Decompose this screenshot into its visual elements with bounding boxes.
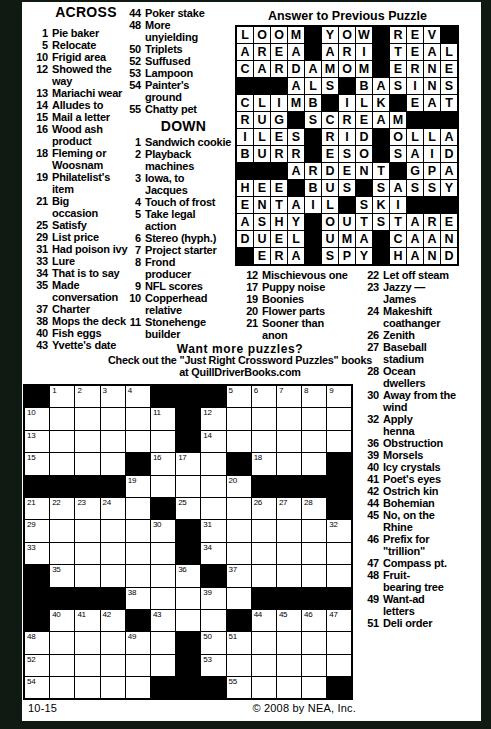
answer-letter: V (428, 28, 436, 42)
puzzle-cell[interactable]: 52 (25, 655, 49, 676)
clue-number: 1 (127, 136, 141, 148)
puzzle-cell[interactable] (327, 655, 351, 676)
puzzle-cell[interactable] (50, 543, 74, 564)
clue-text: Fleming orWoosnam (52, 147, 106, 171)
puzzle-cell[interactable]: 36 (176, 565, 200, 586)
puzzle-cell[interactable] (126, 565, 150, 586)
clue-9: 9NFL scores (127, 280, 240, 292)
answer-cell: S (390, 78, 406, 94)
puzzle-cell[interactable]: 6 (252, 386, 276, 407)
clue-number: 6 (127, 232, 141, 244)
puzzle-cell[interactable] (277, 520, 301, 541)
puzzle-cell[interactable] (302, 520, 326, 541)
clue-text: Icy crystals (383, 461, 441, 473)
puzzle-cell[interactable]: 33 (25, 543, 49, 564)
puzzle-cell[interactable]: 39 (201, 588, 225, 609)
puzzle-cell[interactable] (101, 543, 125, 564)
clue-42: 42Ostrich kin (365, 485, 483, 497)
puzzle-cell[interactable] (277, 453, 301, 474)
puzzle-cell[interactable]: 17 (176, 453, 200, 474)
answer-cell: R (339, 44, 355, 60)
answer-black-cell (339, 197, 355, 213)
puzzle-cell[interactable] (277, 431, 301, 452)
cell-number: 24 (103, 498, 111, 508)
puzzle-cell[interactable] (151, 565, 175, 586)
puzzle-cell[interactable] (126, 655, 150, 676)
puzzle-cell[interactable]: 11 (151, 408, 175, 429)
answer-letter: E (343, 164, 351, 178)
cell-number: 28 (304, 498, 312, 508)
answer-letter: A (257, 62, 266, 76)
answer-letter: H (393, 249, 402, 263)
answer-letter: O (393, 130, 403, 144)
answer-cell: S (441, 78, 457, 94)
puzzle-cell[interactable] (101, 565, 125, 586)
puzzle-black-cell (327, 476, 351, 497)
clue-36: 36Obstruction (365, 437, 483, 449)
puzzle-cell[interactable]: 10 (25, 408, 49, 429)
answer-cell: R (237, 112, 253, 128)
clue-5: 5Relocate (33, 39, 139, 51)
clue-number: 20 (245, 305, 258, 317)
puzzle-cell[interactable] (252, 565, 276, 586)
answer-cell: A (424, 231, 440, 247)
puzzle-cell[interactable] (50, 453, 74, 474)
puzzle-cell[interactable] (151, 632, 175, 653)
clue-47: 47Compass pt. (365, 557, 483, 569)
answer-cell: U (322, 231, 338, 247)
answer-cell: P (424, 163, 440, 179)
answer-black-cell (305, 146, 321, 162)
answer-cell: S (288, 129, 304, 145)
answer-cell: R (254, 44, 270, 60)
puzzle-cell[interactable]: 42 (101, 610, 125, 631)
puzzle-cell[interactable] (302, 431, 326, 452)
answer-black-cell (373, 61, 389, 77)
puzzle-cell[interactable] (75, 655, 99, 676)
answer-letter: D (359, 130, 368, 144)
across-clue-list-1: 1Pie baker5Relocate10Frigid area12Showed… (33, 27, 139, 351)
puzzle-cell[interactable] (126, 677, 150, 698)
clue-number: 1 (33, 27, 48, 39)
clue-text: Oceandwellers (383, 365, 425, 389)
cell-number: 44 (254, 610, 262, 620)
answer-cell: U (339, 214, 355, 230)
puzzle-cell[interactable] (227, 408, 251, 429)
answer-letter: O (342, 28, 352, 42)
puzzle-cell[interactable]: 55 (227, 677, 251, 698)
puzzle-cell[interactable]: 23 (75, 498, 99, 519)
puzzle-cell[interactable] (75, 408, 99, 429)
answer-cell: W (356, 27, 372, 43)
answer-cell: E (271, 180, 287, 196)
puzzle-cell[interactable]: 24 (101, 498, 125, 519)
puzzle-cell[interactable]: 41 (75, 610, 99, 631)
answer-letter: E (445, 62, 453, 76)
puzzle-cell[interactable]: 21 (25, 498, 49, 519)
puzzle-cell[interactable] (327, 632, 351, 653)
puzzle-cell[interactable] (75, 677, 99, 698)
puzzle-cell[interactable]: 22 (50, 498, 74, 519)
answer-cell: A (441, 163, 457, 179)
answer-letter: U (257, 147, 266, 161)
answer-cell: L (305, 78, 321, 94)
clue-number: 36 (365, 437, 379, 449)
puzzle-cell[interactable]: 53 (201, 655, 225, 676)
puzzle-cell[interactable] (101, 520, 125, 541)
clues-column-2: 44Poker stake48Moreunyielding50Triplets5… (127, 7, 240, 340)
clue-number: 54 (127, 79, 141, 103)
puzzle-black-cell (252, 476, 276, 497)
answer-black-cell (424, 112, 440, 128)
puzzle-cell[interactable] (302, 655, 326, 676)
puzzle-cell[interactable] (252, 677, 276, 698)
clue-text: Ostrich kin (383, 485, 438, 497)
puzzle-cell[interactable] (227, 543, 251, 564)
clue-number: 14 (33, 99, 48, 111)
clue-17: 17Puppy noise (245, 281, 359, 293)
puzzle-cell[interactable] (151, 588, 175, 609)
puzzle-cell[interactable]: 54 (25, 677, 49, 698)
puzzle-cell[interactable]: 48 (25, 632, 49, 653)
puzzle-cell[interactable] (277, 565, 301, 586)
puzzle-cell[interactable] (277, 408, 301, 429)
puzzle-cell[interactable] (50, 677, 74, 698)
puzzle-cell[interactable] (327, 543, 351, 564)
cell-number: 6 (254, 386, 258, 396)
puzzle-cell[interactable]: 37 (227, 565, 251, 586)
puzzle-cell[interactable]: 28 (302, 498, 326, 519)
answer-cell: Y (356, 248, 372, 264)
puzzle-cell[interactable]: 26 (252, 498, 276, 519)
puzzle-cell[interactable]: 30 (151, 520, 175, 541)
answer-cell: M (356, 61, 372, 77)
answer-cell: L (254, 129, 270, 145)
clue-number: 39 (365, 449, 379, 461)
answer-cell: T (271, 197, 287, 213)
answer-letter: C (240, 62, 249, 76)
cell-number: 55 (229, 677, 237, 687)
clue-text: Sooner thananon (262, 317, 324, 341)
puzzle-cell[interactable]: 32 (327, 520, 351, 541)
puzzle-black-cell (252, 588, 276, 609)
answer-cell: A (390, 180, 406, 196)
cell-number: 48 (27, 632, 35, 642)
promo-line-2: Check out the "Just Right Crossword Puzz… (95, 355, 385, 367)
answer-letter: M (325, 62, 335, 76)
clue-number: 32 (365, 413, 379, 437)
clue-number: 40 (33, 327, 48, 339)
answer-letter: A (444, 130, 453, 144)
puzzle-black-cell (151, 677, 175, 698)
puzzle-cell[interactable]: 51 (227, 632, 251, 653)
clue-number: 47 (365, 557, 379, 569)
cell-number: 15 (27, 453, 35, 463)
puzzle-cell[interactable] (201, 498, 225, 519)
clue-41: 41Poet's eyes (365, 473, 483, 485)
answer-cell: R (339, 112, 355, 128)
puzzle-cell[interactable]: 4 (126, 386, 150, 407)
answer-letter: I (311, 198, 314, 212)
puzzle-black-cell (176, 520, 200, 541)
puzzle-cell[interactable] (227, 655, 251, 676)
answer-cell: A (373, 112, 389, 128)
puzzle-cell[interactable] (327, 431, 351, 452)
puzzle-cell[interactable]: 45 (277, 610, 301, 631)
puzzle-black-cell (327, 498, 351, 519)
puzzle-cell[interactable] (252, 543, 276, 564)
puzzle-cell[interactable] (302, 408, 326, 429)
puzzle-cell[interactable] (252, 632, 276, 653)
clue-text: Project starter (145, 244, 217, 256)
puzzle-cell[interactable] (252, 520, 276, 541)
answer-letter: G (410, 164, 420, 178)
answer-cell: S (339, 146, 355, 162)
answer-cell: E (271, 44, 287, 60)
puzzle-black-cell (277, 588, 301, 609)
puzzle-cell[interactable]: 7 (277, 386, 301, 407)
puzzle-cell[interactable] (126, 520, 150, 541)
puzzle-cell[interactable]: 43 (151, 610, 175, 631)
puzzle-cell[interactable]: 13 (25, 431, 49, 452)
puzzle-cell[interactable]: 27 (277, 498, 301, 519)
puzzle-cell[interactable] (151, 476, 175, 497)
answer-letter: N (427, 62, 436, 76)
puzzle-cell[interactable] (176, 476, 200, 497)
puzzle-cell[interactable] (227, 588, 251, 609)
answer-cell: G (407, 163, 423, 179)
answer-letter: M (342, 232, 352, 246)
answer-cell: Y (288, 214, 304, 230)
puzzle-cell[interactable]: 20 (227, 476, 251, 497)
puzzle-cell[interactable]: 16 (151, 453, 175, 474)
clue-number: 10 (33, 51, 48, 63)
clue-21: 21Sooner thananon (245, 317, 359, 341)
answer-letter: M (359, 62, 369, 76)
puzzle-cell[interactable]: 18 (252, 453, 276, 474)
answer-letter: E (275, 45, 283, 59)
puzzle-cell[interactable] (75, 543, 99, 564)
puzzle-cell[interactable] (101, 632, 125, 653)
puzzle-cell[interactable]: 3 (101, 386, 125, 407)
clue-31: 31Had poison ivy (33, 243, 139, 255)
puzzle-cell[interactable] (75, 453, 99, 474)
puzzle-cell[interactable] (151, 543, 175, 564)
answer-cell: E (407, 27, 423, 43)
puzzle-black-cell (75, 476, 99, 497)
puzzle-cell[interactable] (176, 610, 200, 631)
answer-cell: A (305, 61, 321, 77)
clue-text: Puppy noise (262, 281, 325, 293)
puzzle-cell[interactable]: 1 (50, 386, 74, 407)
puzzle-cell[interactable] (176, 588, 200, 609)
clue-text: List price (52, 231, 99, 243)
answer-cell: R (424, 214, 440, 230)
puzzle-cell[interactable] (75, 520, 99, 541)
puzzle-cell[interactable] (75, 632, 99, 653)
puzzle-cell[interactable] (126, 543, 150, 564)
puzzle-cell[interactable] (126, 408, 150, 429)
clue-text: Had poison ivy (52, 243, 127, 255)
puzzle-cell[interactable] (50, 632, 74, 653)
puzzle-cell[interactable] (101, 408, 125, 429)
answer-cell: E (441, 61, 457, 77)
answer-cell: I (305, 197, 321, 213)
puzzle-cell[interactable]: 2 (75, 386, 99, 407)
clue-21: 21Bigoccasion (33, 195, 139, 219)
clue-text: Fish eggs (52, 327, 102, 339)
answer-letter: A (427, 232, 436, 246)
clue-13: 13Mariachi wear (33, 87, 139, 99)
puzzle-cell[interactable]: 44 (252, 610, 276, 631)
puzzle-cell[interactable] (277, 632, 301, 653)
puzzle-cell[interactable] (302, 632, 326, 653)
puzzle-cell[interactable]: 46 (302, 610, 326, 631)
cell-number: 35 (52, 565, 60, 575)
answer-letter: A (410, 215, 419, 229)
clue-text: Stereo (hyph.) (145, 232, 216, 244)
puzzle-cell[interactable] (126, 431, 150, 452)
puzzle-cell[interactable]: 40 (50, 610, 74, 631)
answer-cell: S (356, 197, 372, 213)
clue-number: 16 (33, 123, 48, 147)
clue-text: Take legalaction (145, 208, 195, 232)
answer-letter: L (360, 96, 368, 110)
answer-cell: U (254, 146, 270, 162)
answer-letter: R (274, 249, 283, 263)
answer-letter: B (359, 79, 368, 93)
answer-cell: U (322, 180, 338, 196)
puzzle-cell[interactable]: 9 (327, 386, 351, 407)
clue-text: Alludes to (52, 99, 103, 111)
puzzle-cell[interactable] (101, 453, 125, 474)
puzzle-cell[interactable] (327, 408, 351, 429)
clue-number: 22 (365, 269, 379, 281)
puzzle-cell[interactable] (327, 565, 351, 586)
puzzle-cell[interactable]: 49 (126, 632, 150, 653)
clue-55: 55Chatty pet (127, 103, 240, 115)
previous-puzzle-answer-grid: LOOMYOWREVAREAARITEALCARDAMOMERNEALSBASI… (235, 25, 459, 266)
puzzle-cell[interactable]: 34 (201, 543, 225, 564)
puzzle-cell[interactable]: 35 (50, 565, 74, 586)
puzzle-cell[interactable] (252, 408, 276, 429)
puzzle-cell[interactable] (50, 655, 74, 676)
answer-black-cell (441, 27, 457, 43)
answer-letter: S (394, 79, 402, 93)
clue-40: 40Icy crystals (365, 461, 483, 473)
puzzle-cell[interactable] (126, 498, 150, 519)
puzzle-cell[interactable] (227, 520, 251, 541)
answer-cell: I (390, 197, 406, 213)
answer-cell: T (356, 214, 372, 230)
puzzle-cell[interactable] (277, 543, 301, 564)
answer-letter: C (393, 232, 402, 246)
puzzle-cell[interactable] (50, 520, 74, 541)
puzzle-cell[interactable] (50, 408, 74, 429)
puzzle-cell[interactable] (50, 431, 74, 452)
puzzle-black-cell (25, 386, 49, 407)
answer-cell: H (237, 180, 253, 196)
puzzle-cell[interactable]: 47 (327, 610, 351, 631)
answer-letter: Y (445, 181, 453, 195)
clue-number: 24 (365, 305, 379, 329)
puzzle-cell[interactable]: 15 (25, 453, 49, 474)
puzzle-cell[interactable]: 29 (25, 520, 49, 541)
clue-number: 5 (33, 39, 48, 51)
clue-text: Mops the deck (52, 315, 126, 327)
answer-letter: A (325, 45, 334, 59)
answer-cell: H (271, 214, 287, 230)
answer-letter: S (309, 113, 317, 127)
puzzle-cell[interactable]: 8 (302, 386, 326, 407)
puzzle-cell[interactable] (277, 677, 301, 698)
puzzle-cell[interactable]: 14 (201, 431, 225, 452)
answer-cell: O (271, 27, 287, 43)
cell-number: 2 (77, 386, 81, 396)
answer-letter: I (413, 79, 416, 93)
puzzle-cell[interactable] (201, 610, 225, 631)
answer-letter: H (274, 215, 283, 229)
answer-cell: N (254, 197, 270, 213)
answer-cell: I (339, 129, 355, 145)
puzzle-cell[interactable] (101, 431, 125, 452)
puzzle-cell[interactable] (151, 655, 175, 676)
puzzle-black-cell (176, 655, 200, 676)
puzzle-cell[interactable] (201, 476, 225, 497)
puzzle-black-cell (151, 498, 175, 519)
puzzle-cell[interactable]: 5 (227, 386, 251, 407)
puzzle-cell[interactable] (277, 655, 301, 676)
puzzle-cell[interactable] (101, 655, 125, 676)
puzzle-cell[interactable] (302, 543, 326, 564)
puzzle-cell[interactable] (302, 565, 326, 586)
answer-black-cell (373, 27, 389, 43)
puzzle-cell[interactable] (75, 565, 99, 586)
cell-number: 51 (229, 632, 237, 642)
cell-number: 18 (254, 453, 262, 463)
puzzle-cell[interactable] (201, 453, 225, 474)
puzzle-cell[interactable] (151, 431, 175, 452)
puzzle-cell[interactable] (252, 655, 276, 676)
answer-letter: M (291, 96, 301, 110)
answer-black-cell (254, 78, 270, 94)
puzzle-cell[interactable]: 38 (126, 588, 150, 609)
puzzle-cell[interactable] (227, 498, 251, 519)
answer-cell: D (441, 248, 457, 264)
puzzle-cell[interactable] (227, 431, 251, 452)
puzzle-cell[interactable] (101, 677, 125, 698)
puzzle-cell[interactable] (252, 431, 276, 452)
cell-number: 32 (329, 520, 337, 530)
answer-cell: S (373, 180, 389, 196)
puzzle-cell[interactable]: 31 (201, 520, 225, 541)
clue-text: Frondproducer (145, 256, 191, 280)
puzzle-cell[interactable]: 12 (201, 408, 225, 429)
puzzle-cell[interactable]: 19 (126, 476, 150, 497)
answer-cell: A (407, 214, 423, 230)
puzzle-cell[interactable] (75, 431, 99, 452)
answer-cell: B (237, 146, 253, 162)
puzzle-cell[interactable]: 25 (176, 498, 200, 519)
cell-number: 8 (304, 386, 308, 396)
puzzle-black-cell (176, 677, 200, 698)
answer-cell: P (339, 248, 355, 264)
answer-cell: A (288, 44, 304, 60)
answer-cell: M (288, 95, 304, 111)
puzzle-cell[interactable]: 50 (201, 632, 225, 653)
puzzle-cell[interactable] (302, 677, 326, 698)
puzzle-cell[interactable] (302, 453, 326, 474)
